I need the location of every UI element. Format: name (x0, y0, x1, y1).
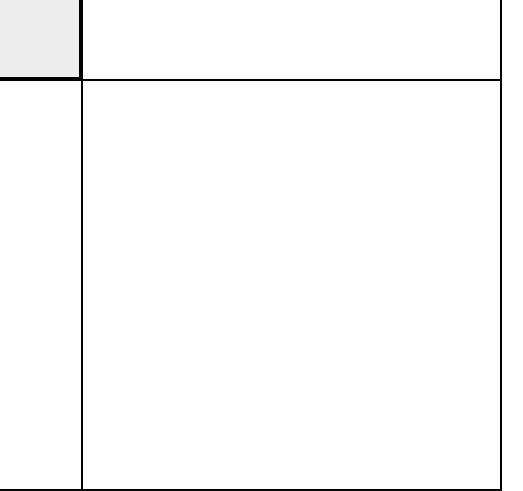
corner-watermark (0, 0, 81, 79)
puzzle-grid (81, 79, 502, 491)
watermark-right-text (502, 351, 522, 491)
nonogram-board (0, 0, 523, 491)
column-clues (81, 0, 502, 79)
row-clues (0, 79, 81, 491)
